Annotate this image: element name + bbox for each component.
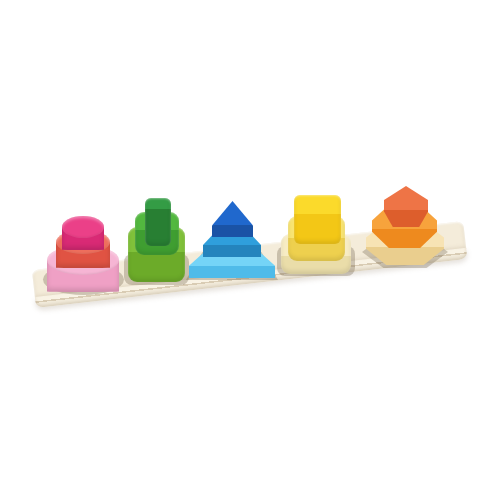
magenta-circle-small <box>62 216 104 250</box>
yellow-block-small <box>294 195 341 244</box>
orange-pentagon-small <box>384 186 428 227</box>
magenta-circle-small-top <box>62 216 104 238</box>
product-photo-shape-sorter: Overhead product photo of a wooden shape… <box>0 0 500 500</box>
blue-triangle-small <box>212 201 253 237</box>
green-block-small <box>145 198 171 246</box>
